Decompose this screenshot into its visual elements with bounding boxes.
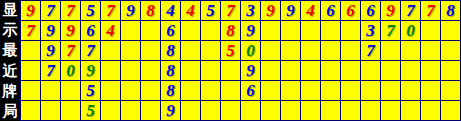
grid-cell [121,81,140,100]
grid-cell [401,61,420,80]
grid-cell [281,61,300,80]
grid-cell: 9 [241,61,260,80]
grid-cell [301,41,320,60]
grid-cell [441,61,460,80]
grid-cell: 3 [241,1,260,20]
grid-cell [321,61,340,80]
grid-cell [21,61,40,80]
grid-cell: 5 [81,1,100,20]
title-char: 显 [0,0,20,20]
grid-cell [261,41,280,60]
grid-cell: 0 [61,61,80,80]
grid-cell: 9 [241,21,260,40]
grid-cell [181,81,200,100]
grid-cell [181,41,200,60]
grid-cell: 7 [41,1,60,20]
board-title-vertical: 显示最近牌局 [0,0,20,121]
title-char: 近 [0,61,20,81]
recent-rounds-board: 显示最近牌局 977579844573994666977879964689370… [0,0,461,121]
grid-cell [141,81,160,100]
grid-cell [281,81,300,100]
grid-cell [101,61,120,80]
grid-cell [121,21,140,40]
grid-cell [301,101,320,120]
grid-cell: 5 [81,101,100,120]
grid-cell: 8 [441,1,460,20]
grid-cell [301,21,320,40]
grid-cell: 7 [381,21,400,40]
grid-cell: 6 [321,1,340,20]
grid-cell: 9 [121,1,140,20]
grid-cell [401,101,420,120]
grid-cell: 4 [301,1,320,20]
grid-cell: 7 [81,41,100,60]
grid-cell: 9 [261,1,280,20]
grid-cell [221,81,240,100]
grid-cell [341,101,360,120]
grid-cell [441,21,460,40]
grid-cell: 8 [221,21,240,40]
grid-cell [341,81,360,100]
grid-cell: 7 [101,1,120,20]
grid-cell [101,101,120,120]
grid-cell [61,81,80,100]
grid-cell: 4 [101,21,120,40]
grid-cell [21,41,40,60]
grid-cell [441,41,460,60]
grid-cell: 9 [41,21,60,40]
grid-cell [181,21,200,40]
grid-cell [341,41,360,60]
grid-cell [121,101,140,120]
grid-cell [281,21,300,40]
grid-cell [201,81,220,100]
grid-cell: 9 [41,41,60,60]
grid-cell [61,101,80,120]
grid-cell: 9 [21,1,40,20]
grid-cell: 9 [61,21,80,40]
grid-cell [221,101,240,120]
grid-cell [101,81,120,100]
grid-cell [361,61,380,80]
grid-cell: 6 [241,81,260,100]
grid-cell: 8 [161,81,180,100]
grid-cell: 7 [61,41,80,60]
grid-cell: 0 [241,41,260,60]
grid-cell [101,41,120,60]
grid-cell [381,81,400,100]
grid-cell: 4 [181,1,200,20]
grid-cell: 0 [401,21,420,40]
grid-cell [321,21,340,40]
grid-cell [361,101,380,120]
grid-cell [121,41,140,60]
grid-cell [201,41,220,60]
grid-cell: 6 [361,1,380,20]
grid-cell [261,61,280,80]
title-char: 最 [0,40,20,60]
grid-cell [301,81,320,100]
grid-cell: 7 [361,41,380,60]
grid-cell [321,81,340,100]
grid-cell [421,41,440,60]
grid-cell [321,101,340,120]
grid-cell [141,41,160,60]
title-char: 牌 [0,81,20,101]
grid-cell [21,81,40,100]
grid-cell [341,61,360,80]
grid-cell [401,41,420,60]
grid-cell [281,101,300,120]
grid-cell: 7 [41,61,60,80]
grid-cell: 9 [161,101,180,120]
grid-cell: 7 [21,21,40,40]
grid-cell [201,101,220,120]
grid-cell: 8 [141,1,160,20]
grid-cell [261,21,280,40]
grid-cell: 7 [61,1,80,20]
grid-cell [201,21,220,40]
grid-cell [121,61,140,80]
grid-cell [41,81,60,100]
grid-cell [261,81,280,100]
grid-cell [41,101,60,120]
grid-cell [181,101,200,120]
grid-cell [321,41,340,60]
grid-cell: 9 [81,61,100,80]
grid-cell: 5 [201,1,220,20]
grid-cell [361,81,380,100]
grid-cell [241,101,260,120]
grid-cell: 3 [361,21,380,40]
grid-cell: 6 [161,21,180,40]
grid-cell [141,61,160,80]
grid-cell: 6 [81,21,100,40]
grid-cell [421,81,440,100]
grid-cell [221,61,240,80]
grid-cell [381,41,400,60]
grid-cell: 5 [221,41,240,60]
grid-cell [441,81,460,100]
grid-cell [261,101,280,120]
grid-cell: 8 [161,61,180,80]
grid-cell: 4 [161,1,180,20]
grid-cell [381,101,400,120]
grid-cell [401,81,420,100]
grid-cell: 5 [81,81,100,100]
grid-cell [341,21,360,40]
grid-cell [141,101,160,120]
grid-cell [201,61,220,80]
title-char: 局 [0,101,20,121]
grid-cell [381,61,400,80]
grid-cell [181,61,200,80]
grid-cell: 9 [281,1,300,20]
number-grid: 9775798445739946669778799646893709778507… [20,0,461,121]
grid-cell [141,21,160,40]
title-char: 示 [0,20,20,40]
grid-cell [421,101,440,120]
grid-cell: 7 [221,1,240,20]
grid-cell [421,21,440,40]
grid-cell: 7 [401,1,420,20]
grid-cell: 8 [161,41,180,60]
grid-cell: 6 [341,1,360,20]
grid-cell [21,101,40,120]
grid-cell [421,61,440,80]
grid-cell [301,61,320,80]
grid-cell: 9 [381,1,400,20]
grid-cell [441,101,460,120]
grid-cell [281,41,300,60]
grid-cell: 7 [421,1,440,20]
